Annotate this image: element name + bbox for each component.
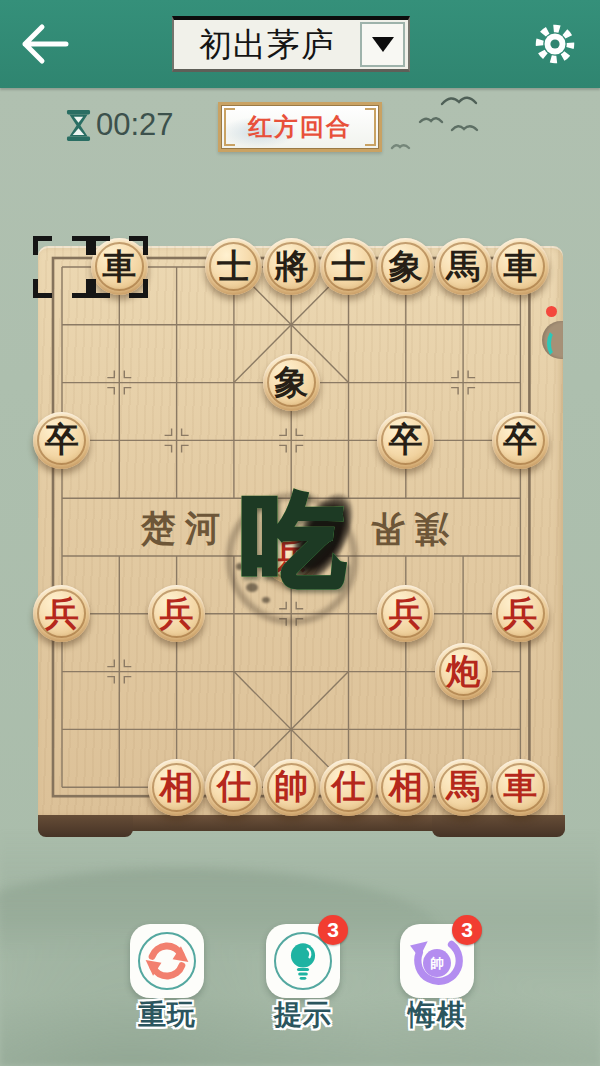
piece-red-兵[interactable]: 兵 — [263, 527, 320, 584]
piece-red-兵[interactable]: 兵 — [377, 585, 434, 642]
piece-red-兵[interactable]: 兵 — [148, 585, 205, 642]
piece-char: 士 — [217, 249, 251, 283]
piece-red-兵[interactable]: 兵 — [33, 585, 90, 642]
piece-char: 車 — [503, 249, 537, 283]
piece-char: 兵 — [274, 538, 308, 572]
board-foot-right — [432, 815, 565, 837]
gear-icon — [530, 19, 580, 69]
piece-char: 仕 — [331, 769, 365, 803]
piece-char: 馬 — [446, 249, 480, 283]
piece-char: 象 — [389, 249, 423, 283]
piece-black-車[interactable]: 車 — [492, 238, 549, 295]
piece-red-炮[interactable]: 炮 — [435, 643, 492, 700]
hint-label: 提示 — [233, 996, 373, 1034]
piece-char: 炮 — [446, 654, 480, 688]
piece-black-將[interactable]: 將 — [263, 238, 320, 295]
level-dropdown-value: 初出茅庐 — [174, 20, 360, 69]
piece-red-馬[interactable]: 馬 — [435, 759, 492, 816]
undo-count-badge: 3 — [452, 915, 482, 945]
lightbulb-icon — [277, 935, 329, 987]
piece-char: 將 — [274, 249, 308, 283]
piece-red-相[interactable]: 相 — [377, 759, 434, 816]
piece-black-卒[interactable]: 卒 — [492, 412, 549, 469]
piece-red-相[interactable]: 相 — [148, 759, 205, 816]
piece-char: 仕 — [217, 769, 251, 803]
move-timer: 00:27 — [66, 107, 174, 143]
piece-char: 帥 — [274, 769, 308, 803]
piece-red-兵[interactable]: 兵 — [492, 585, 549, 642]
piece-char: 馬 — [446, 769, 480, 803]
dropdown-arrow-button[interactable] — [360, 22, 405, 67]
piece-char: 兵 — [503, 596, 537, 630]
pieces-layer: 車士將士象馬車象卒卒卒兵兵兵兵兵炮相仕帥仕相馬車 — [33, 238, 549, 816]
back-arrow-icon — [18, 22, 72, 66]
piece-char: 卒 — [45, 422, 79, 456]
birds-decoration — [380, 90, 520, 170]
replay-label: 重玩 — [97, 996, 237, 1034]
last-move-marker — [91, 236, 148, 298]
piece-black-馬[interactable]: 馬 — [435, 238, 492, 295]
piece-char: 相 — [389, 769, 423, 803]
piece-black-士[interactable]: 士 — [320, 238, 377, 295]
piece-black-象[interactable]: 象 — [377, 238, 434, 295]
turn-banner: 红方回合 — [218, 102, 382, 152]
replay-button[interactable] — [130, 924, 204, 998]
drawer-arrow-icon — [547, 329, 564, 358]
level-dropdown[interactable]: 初出茅庐 — [172, 16, 410, 72]
piece-black-士[interactable]: 士 — [205, 238, 262, 295]
hourglass-icon — [66, 110, 91, 141]
app-screen: 初出茅庐 00:27 红方回合 楚河 漢界 — [0, 0, 600, 1066]
piece-red-仕[interactable]: 仕 — [205, 759, 262, 816]
replay-icon — [141, 935, 193, 987]
piece-char: 士 — [331, 249, 365, 283]
piece-black-卒[interactable]: 卒 — [33, 412, 90, 469]
piece-black-卒[interactable]: 卒 — [377, 412, 434, 469]
piece-char: 兵 — [389, 596, 423, 630]
board-foot-left — [38, 815, 133, 837]
piece-char: 車 — [503, 769, 537, 803]
piece-black-象[interactable]: 象 — [263, 354, 320, 411]
last-move-marker — [33, 236, 90, 298]
settings-button[interactable] — [530, 19, 580, 69]
piece-char: 卒 — [503, 422, 537, 456]
undo-button[interactable]: 帥 3 — [400, 924, 474, 998]
piece-char: 象 — [274, 365, 308, 399]
hint-count-badge: 3 — [318, 915, 348, 945]
undo-piece-char: 帥 — [430, 956, 443, 971]
turn-banner-text: 红方回合 — [248, 111, 352, 143]
piece-red-車[interactable]: 車 — [492, 759, 549, 816]
piece-char: 兵 — [45, 596, 79, 630]
replay-ring — [138, 932, 196, 990]
hint-button[interactable]: 3 — [266, 924, 340, 998]
back-button[interactable] — [18, 22, 72, 66]
undo-label: 悔棋 — [367, 996, 507, 1034]
timer-value: 00:27 — [96, 107, 174, 143]
piece-char: 卒 — [389, 422, 423, 456]
piece-red-帥[interactable]: 帥 — [263, 759, 320, 816]
top-bar: 初出茅庐 — [0, 0, 600, 88]
piece-char: 兵 — [160, 596, 194, 630]
chevron-down-icon — [372, 37, 394, 52]
piece-char: 相 — [160, 769, 194, 803]
piece-red-仕[interactable]: 仕 — [320, 759, 377, 816]
